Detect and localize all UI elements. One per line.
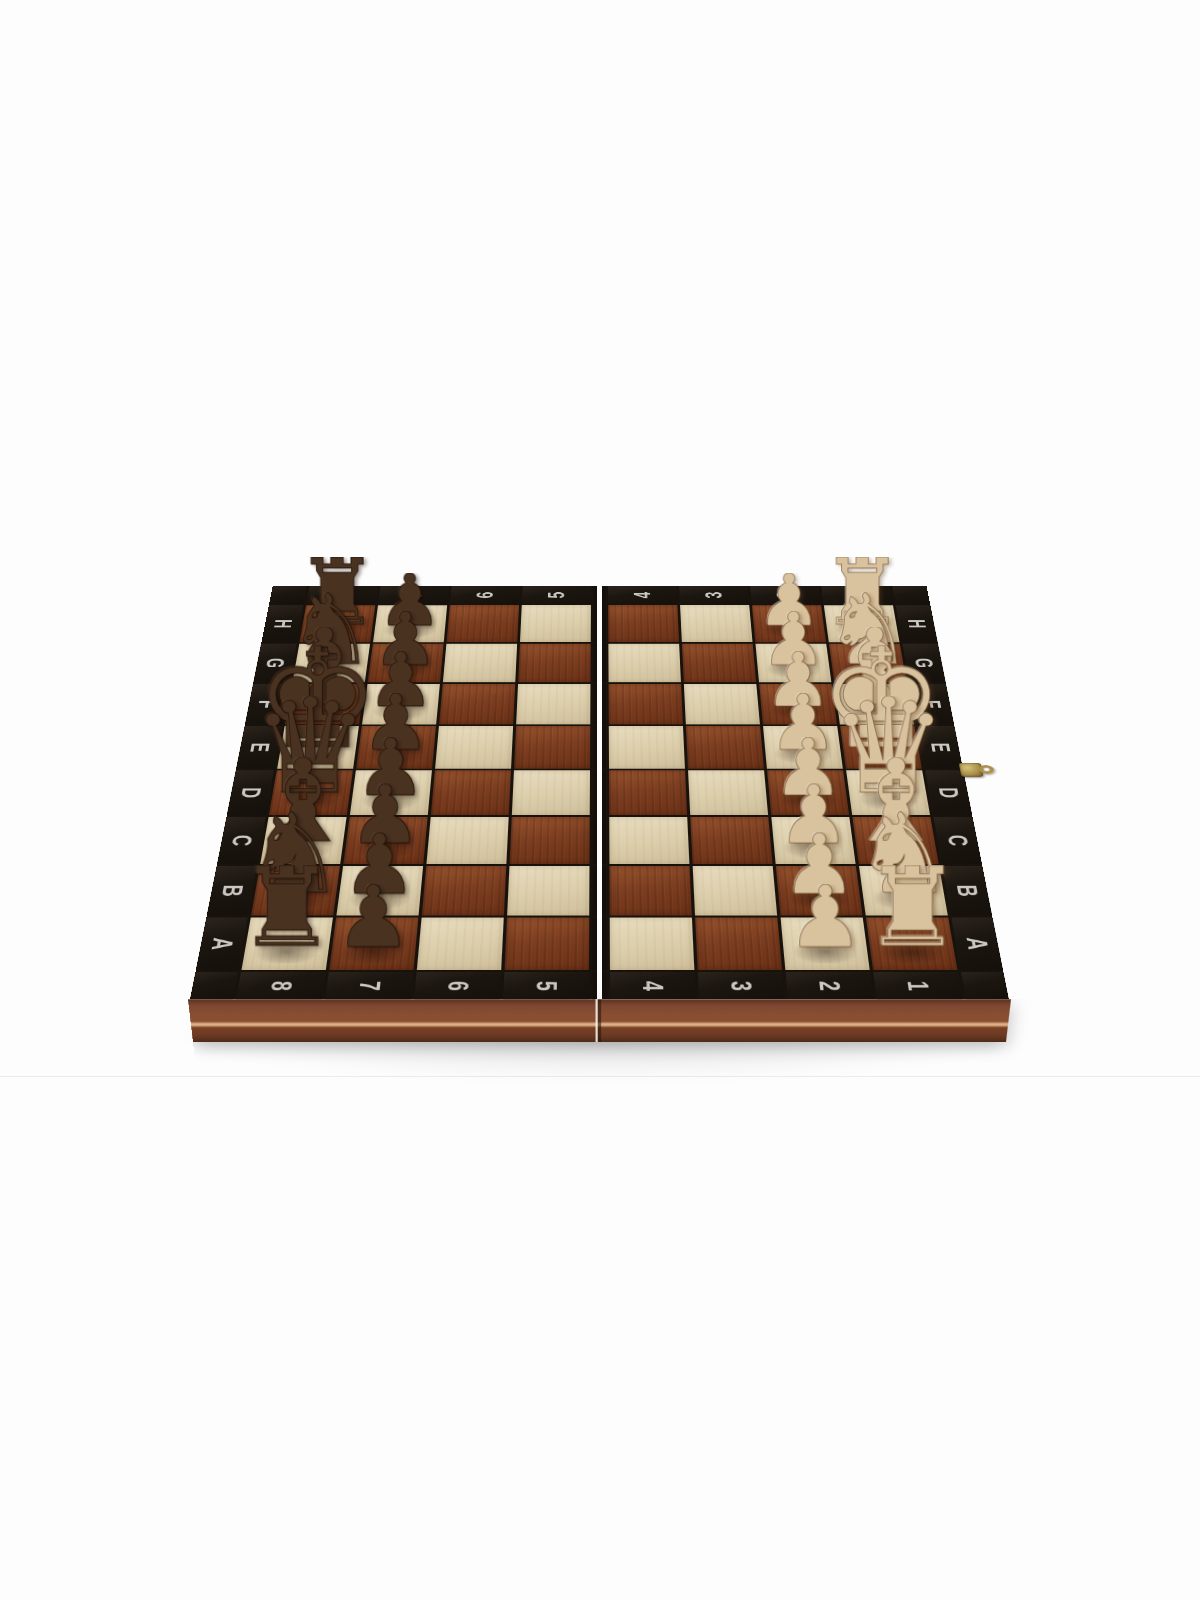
square-c6 [426,817,508,864]
rank-label-1: 1 [901,981,935,991]
square-a4 [610,918,695,970]
frame-number-2: 2 [786,972,874,999]
frame-fold-edge [602,726,606,769]
product-photo-scene: 8765H♜♟G♞♟F♝♟E♚♟D♛♟C♝♟B♞♟A♜♟8765 4321♟♜H… [0,0,1200,1600]
square-b3 [693,866,777,916]
frame-fold-corner [594,586,598,604]
square-c3 [690,817,772,864]
frame-number-4: 4 [610,972,696,999]
square-c5 [510,817,590,864]
square-a1: ♜ [866,918,957,970]
frame-fold-edge [602,770,606,815]
frame-fold-edge [593,726,597,769]
rank-label-4: 4 [636,981,669,991]
square-b4 [609,866,691,916]
frame-fold-edge [602,817,606,864]
square-d6 [431,770,511,815]
frame-number-5: 5 [522,586,591,604]
frame-fold-edge [593,644,597,683]
rank-label-6: 6 [441,981,474,991]
square-a2: ♟ [781,918,870,970]
square-e4 [609,726,685,769]
square-g5 [518,644,591,683]
frame-number-6: 6 [450,586,520,604]
square-a7: ♟ [329,918,418,970]
rank-label-3: 3 [724,981,757,991]
frame-fold-edge [602,918,606,970]
frame-fold-edge [593,605,597,642]
frame-number-7: 7 [325,972,413,999]
frame-fold-edge [592,918,597,970]
frame-fold-edge [602,866,606,916]
square-h6 [447,605,519,642]
square-d5 [512,770,590,815]
frame-number-5: 5 [503,972,589,999]
chess-board: 8765H♜♟G♞♟F♝♟E♚♟D♛♟C♝♟B♞♟A♜♟8765 4321♟♜H… [190,586,1009,999]
square-a3 [695,918,782,970]
square-b5 [507,866,589,916]
square-h3 [680,605,752,642]
square-f6 [439,684,515,725]
board-left-half: 8765H♜♟G♞♟F♝♟E♚♟D♛♟C♝♟B♞♟A♜♟8765 [190,586,597,999]
frame-fold-edge [602,605,606,642]
rank-label-6: 6 [472,592,499,599]
piece-black-rook-a8: ♜ [237,865,336,951]
frame-corner [190,972,238,999]
box-front-side [188,999,1011,1042]
rank-label-2: 2 [813,981,847,991]
piece-white-rook-a1: ♜ [863,865,962,951]
square-a6 [417,918,504,970]
square-f3 [684,684,760,725]
rank-label-5: 5 [543,592,569,599]
frame-fold-edge [592,866,596,916]
frame-fold-corner [592,972,597,999]
square-e3 [686,726,764,769]
rank-label-7: 7 [353,981,387,991]
frame-corner [961,972,1009,999]
square-e6 [435,726,513,769]
board-right-half: 4321♟♜H♟♞G♟♝F♟♚E♟♛D♟♝C♟♞B♟♜A4321 [602,586,1009,999]
file-label-A: A [205,937,239,949]
frame-number-3: 3 [698,972,785,999]
square-c4 [609,817,689,864]
frame-fold-edge [602,644,606,683]
board-playing-surface: 8765H♜♟G♞♟F♝♟E♚♟D♛♟C♝♟B♞♟A♜♟8765 4321♟♜H… [190,586,1009,999]
square-f4 [609,684,683,725]
piece-white-pawn-a2: ♟ [787,884,864,951]
frame-fold-corner [602,972,607,999]
square-h5 [520,605,591,642]
frame-fold-edge [593,817,597,864]
square-g3 [682,644,756,683]
frame-fold-edge [593,684,597,725]
square-d3 [688,770,768,815]
square-b6 [422,866,507,916]
frame-number-3: 3 [679,586,749,604]
frame-number-4: 4 [608,586,677,604]
rank-label-8: 8 [264,981,298,991]
square-g6 [443,644,517,683]
square-d4 [609,770,687,815]
frame-number-8: 8 [236,972,325,999]
frame-number-6: 6 [414,972,501,999]
frame-fold-edge [593,770,597,815]
rank-label-3: 3 [701,592,728,599]
square-a5 [505,918,590,970]
rank-label-4: 4 [629,592,655,599]
square-e5 [514,726,590,769]
frame-fold-corner [602,586,606,604]
brass-clasp-hook [978,765,995,774]
frame-number-1: 1 [873,972,962,999]
frame-fold-edge [602,684,606,725]
square-h4 [608,605,679,642]
square-f5 [516,684,590,725]
background-floor-line [0,1076,1200,1077]
piece-black-pawn-a7: ♟ [335,884,412,951]
rank-label-5: 5 [530,981,563,991]
file-label-A: A [960,937,994,949]
square-g4 [608,644,681,683]
square-a8: ♜ [241,918,332,970]
